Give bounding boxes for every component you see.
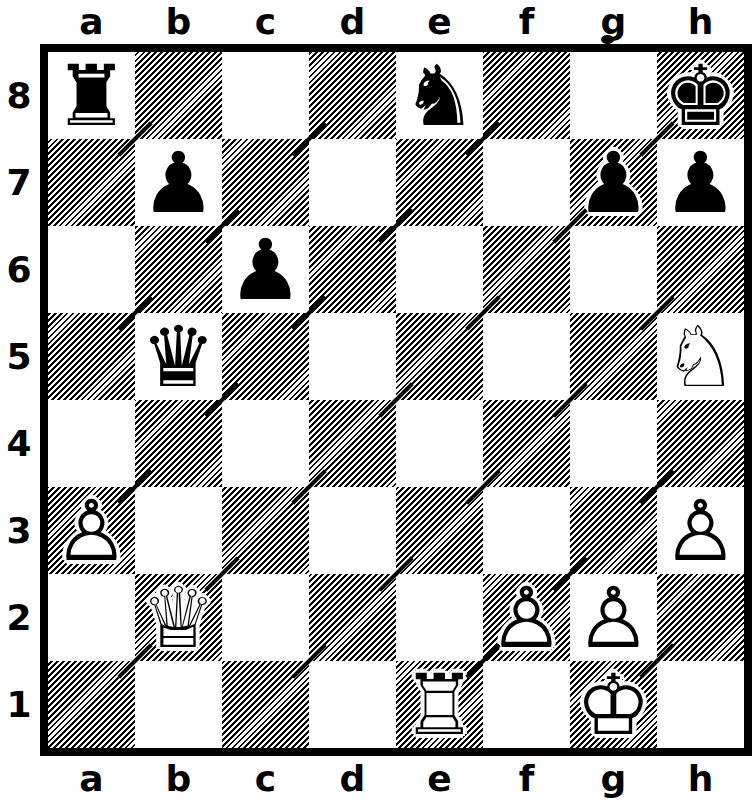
square-b4[interactable] xyxy=(135,400,222,487)
square-b1[interactable] xyxy=(135,661,222,748)
file-label-f-bottom: f xyxy=(483,757,570,799)
square-h6[interactable] xyxy=(657,226,744,313)
square-a8[interactable]: ♜ xyxy=(48,52,135,139)
file-label-c-top: c xyxy=(222,0,309,42)
square-h7[interactable]: ♟ xyxy=(657,139,744,226)
piece-white-pawn-f2[interactable]: ♟♙ xyxy=(483,574,570,661)
black-pawn-glyph: ♟ xyxy=(228,228,303,312)
piece-white-king-g1[interactable]: ♚♔ xyxy=(570,661,657,748)
square-b2[interactable]: ♛♕ xyxy=(135,574,222,661)
square-d2[interactable] xyxy=(309,574,396,661)
white-pawn-glyph: ♙ xyxy=(54,489,129,573)
square-g2[interactable]: ♟♙ xyxy=(570,574,657,661)
piece-black-knight-e8[interactable]: ♞ xyxy=(396,52,483,139)
square-f1[interactable] xyxy=(483,661,570,748)
square-d4[interactable] xyxy=(309,400,396,487)
black-pawn-glyph: ♟ xyxy=(141,141,216,225)
white-king-glyph: ♔ xyxy=(576,663,651,747)
square-f3[interactable] xyxy=(483,487,570,574)
file-label-b-top: b xyxy=(135,0,222,42)
file-label-e-top: e xyxy=(396,0,483,42)
white-pawn-glyph: ♙ xyxy=(663,489,738,573)
square-h3[interactable]: ♟♙ xyxy=(657,487,744,574)
square-h1[interactable] xyxy=(657,661,744,748)
square-f4[interactable] xyxy=(483,400,570,487)
rank-label-1: 1 xyxy=(0,661,38,748)
square-e6[interactable] xyxy=(396,226,483,313)
scan-speck xyxy=(601,35,614,44)
white-queen-glyph: ♕ xyxy=(141,576,216,660)
file-label-a-top: a xyxy=(48,0,135,42)
piece-white-queen-b2[interactable]: ♛♕ xyxy=(135,574,222,661)
square-c8[interactable] xyxy=(222,52,309,139)
square-c1[interactable] xyxy=(222,661,309,748)
square-c2[interactable] xyxy=(222,574,309,661)
square-h5[interactable]: ♞♘ xyxy=(657,313,744,400)
square-b5[interactable]: ♛ xyxy=(135,313,222,400)
file-label-c-bottom: c xyxy=(222,757,309,799)
square-e3[interactable] xyxy=(396,487,483,574)
piece-white-pawn-h3[interactable]: ♟♙ xyxy=(657,487,744,574)
file-labels-bottom: abcdefgh xyxy=(48,757,744,799)
black-knight-glyph: ♞ xyxy=(402,54,477,138)
square-f6[interactable] xyxy=(483,226,570,313)
square-g3[interactable] xyxy=(570,487,657,574)
square-a2[interactable] xyxy=(48,574,135,661)
square-b6[interactable] xyxy=(135,226,222,313)
square-e1[interactable]: ♜♖ xyxy=(396,661,483,748)
piece-black-pawn-c6[interactable]: ♟ xyxy=(222,226,309,313)
rank-label-5: 5 xyxy=(0,313,38,400)
file-label-h-top: h xyxy=(657,0,744,42)
file-label-d-bottom: d xyxy=(309,757,396,799)
square-e7[interactable] xyxy=(396,139,483,226)
square-g5[interactable] xyxy=(570,313,657,400)
file-labels-top: abcdefgh xyxy=(48,0,744,42)
piece-white-pawn-a3[interactable]: ♟♙ xyxy=(48,487,135,574)
square-h2[interactable] xyxy=(657,574,744,661)
black-king-glyph: ♚ xyxy=(663,54,738,138)
file-label-a-bottom: a xyxy=(48,757,135,799)
square-h4[interactable] xyxy=(657,400,744,487)
square-f8[interactable] xyxy=(483,52,570,139)
square-b3[interactable] xyxy=(135,487,222,574)
piece-black-king-h8[interactable]: ♚ xyxy=(657,52,744,139)
chess-diagram-page: abcdefgh 87654321 ♜♞♚♟♟♟♟♛♞♘♟♙♟♙♛♕♟♙♟♙♜♖… xyxy=(0,0,753,805)
square-e2[interactable] xyxy=(396,574,483,661)
white-pawn-glyph: ♙ xyxy=(576,576,651,660)
piece-white-rook-e1[interactable]: ♜♖ xyxy=(396,661,483,748)
piece-black-queen-b5[interactable]: ♛ xyxy=(135,313,222,400)
rank-label-8: 8 xyxy=(0,52,38,139)
board-frame: ♜♞♚♟♟♟♟♛♞♘♟♙♟♙♛♕♟♙♟♙♜♖♚♔ xyxy=(40,44,752,756)
square-d8[interactable] xyxy=(309,52,396,139)
rank-label-6: 6 xyxy=(0,226,38,313)
rank-label-3: 3 xyxy=(0,487,38,574)
board: ♜♞♚♟♟♟♟♛♞♘♟♙♟♙♛♕♟♙♟♙♜♖♚♔ xyxy=(48,52,744,748)
file-label-e-bottom: e xyxy=(396,757,483,799)
square-c6[interactable]: ♟ xyxy=(222,226,309,313)
square-d6[interactable] xyxy=(309,226,396,313)
piece-black-rook-a8[interactable]: ♜ xyxy=(48,52,135,139)
piece-black-pawn-g7[interactable]: ♟ xyxy=(570,139,657,226)
black-queen-glyph: ♛ xyxy=(141,315,216,399)
file-label-b-bottom: b xyxy=(135,757,222,799)
rank-label-2: 2 xyxy=(0,574,38,661)
square-e5[interactable] xyxy=(396,313,483,400)
square-f5[interactable] xyxy=(483,313,570,400)
square-a5[interactable] xyxy=(48,313,135,400)
square-g6[interactable] xyxy=(570,226,657,313)
rank-labels-left: 87654321 xyxy=(0,52,38,748)
rank-label-4: 4 xyxy=(0,400,38,487)
square-d3[interactable] xyxy=(309,487,396,574)
square-b8[interactable] xyxy=(135,52,222,139)
file-label-g-bottom: g xyxy=(570,757,657,799)
square-c7[interactable] xyxy=(222,139,309,226)
piece-black-pawn-b7[interactable]: ♟ xyxy=(135,139,222,226)
black-pawn-glyph: ♟ xyxy=(663,141,738,225)
square-f7[interactable] xyxy=(483,139,570,226)
square-d5[interactable] xyxy=(309,313,396,400)
square-g7[interactable]: ♟ xyxy=(570,139,657,226)
piece-white-knight-h5[interactable]: ♞♘ xyxy=(657,313,744,400)
square-c3[interactable] xyxy=(222,487,309,574)
black-rook-glyph: ♜ xyxy=(54,54,129,138)
square-c4[interactable] xyxy=(222,400,309,487)
square-g1[interactable]: ♚♔ xyxy=(570,661,657,748)
square-d7[interactable] xyxy=(309,139,396,226)
rank-label-7: 7 xyxy=(0,139,38,226)
file-label-f-top: f xyxy=(483,0,570,42)
file-label-g-top: g xyxy=(570,0,657,42)
square-a3[interactable]: ♟♙ xyxy=(48,487,135,574)
square-d1[interactable] xyxy=(309,661,396,748)
square-e8[interactable]: ♞ xyxy=(396,52,483,139)
square-a4[interactable] xyxy=(48,400,135,487)
white-rook-glyph: ♖ xyxy=(402,663,477,747)
file-label-d-top: d xyxy=(309,0,396,42)
file-label-h-bottom: h xyxy=(657,757,744,799)
square-g4[interactable] xyxy=(570,400,657,487)
white-knight-glyph: ♘ xyxy=(663,315,738,399)
white-pawn-glyph: ♙ xyxy=(489,576,564,660)
square-g8[interactable] xyxy=(570,52,657,139)
square-b7[interactable]: ♟ xyxy=(135,139,222,226)
square-a7[interactable] xyxy=(48,139,135,226)
square-a6[interactable] xyxy=(48,226,135,313)
square-e4[interactable] xyxy=(396,400,483,487)
square-a1[interactable] xyxy=(48,661,135,748)
square-h8[interactable]: ♚ xyxy=(657,52,744,139)
square-f2[interactable]: ♟♙ xyxy=(483,574,570,661)
black-pawn-glyph: ♟ xyxy=(576,141,651,225)
piece-black-pawn-h7[interactable]: ♟ xyxy=(657,139,744,226)
piece-white-pawn-g2[interactable]: ♟♙ xyxy=(570,574,657,661)
square-c5[interactable] xyxy=(222,313,309,400)
